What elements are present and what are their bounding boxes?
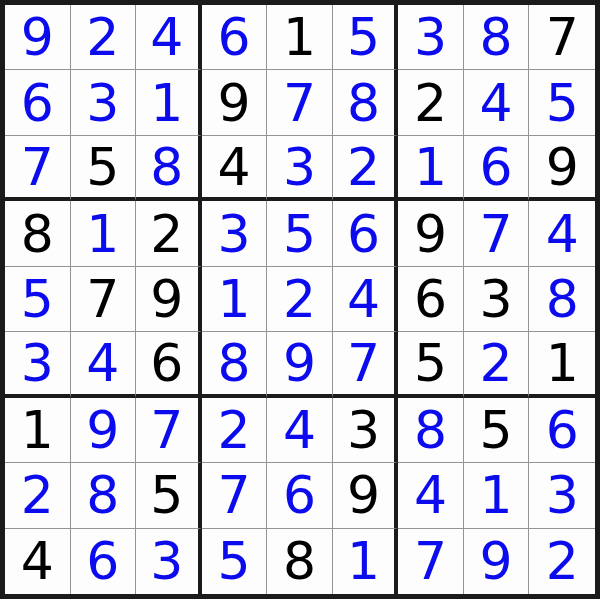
- cell-r8c2[interactable]: 8: [71, 463, 137, 528]
- cell-r9c1[interactable]: 4: [5, 529, 71, 594]
- cell-r8c9[interactable]: 3: [529, 463, 595, 528]
- cell-r6c1[interactable]: 3: [5, 332, 71, 397]
- cell-r3c9[interactable]: 9: [529, 136, 595, 201]
- cell-r9c3[interactable]: 3: [136, 529, 202, 594]
- cell-r4c7[interactable]: 9: [398, 201, 464, 266]
- cell-r2c1[interactable]: 6: [5, 70, 71, 135]
- cell-r1c6[interactable]: 5: [333, 5, 399, 70]
- cell-r9c8[interactable]: 9: [464, 529, 530, 594]
- cell-r3c7[interactable]: 1: [398, 136, 464, 201]
- cell-r7c5[interactable]: 4: [267, 398, 333, 463]
- cell-r5c3[interactable]: 9: [136, 267, 202, 332]
- cell-r1c7[interactable]: 3: [398, 5, 464, 70]
- cell-r1c1[interactable]: 9: [5, 5, 71, 70]
- cell-r7c9[interactable]: 6: [529, 398, 595, 463]
- cell-r3c2[interactable]: 5: [71, 136, 137, 201]
- cell-r4c1[interactable]: 8: [5, 201, 71, 266]
- cell-r4c4[interactable]: 3: [202, 201, 268, 266]
- cell-r2c5[interactable]: 7: [267, 70, 333, 135]
- cell-r2c2[interactable]: 3: [71, 70, 137, 135]
- cell-r2c8[interactable]: 4: [464, 70, 530, 135]
- cell-r8c6[interactable]: 9: [333, 463, 399, 528]
- cell-r4c9[interactable]: 4: [529, 201, 595, 266]
- cell-r1c3[interactable]: 4: [136, 5, 202, 70]
- cell-r1c9[interactable]: 7: [529, 5, 595, 70]
- cell-r5c6[interactable]: 4: [333, 267, 399, 332]
- cell-r7c8[interactable]: 5: [464, 398, 530, 463]
- cell-r6c5[interactable]: 9: [267, 332, 333, 397]
- cell-r9c4[interactable]: 5: [202, 529, 268, 594]
- cell-r3c5[interactable]: 3: [267, 136, 333, 201]
- cell-r5c5[interactable]: 2: [267, 267, 333, 332]
- cell-r4c3[interactable]: 2: [136, 201, 202, 266]
- cell-r3c1[interactable]: 7: [5, 136, 71, 201]
- cell-r6c4[interactable]: 8: [202, 332, 268, 397]
- cell-r1c4[interactable]: 6: [202, 5, 268, 70]
- cell-r1c5[interactable]: 1: [267, 5, 333, 70]
- cell-r3c6[interactable]: 2: [333, 136, 399, 201]
- sudoku-board: 9246153876319782457584321698123569745791…: [0, 0, 600, 599]
- cell-r8c4[interactable]: 7: [202, 463, 268, 528]
- cell-r6c8[interactable]: 2: [464, 332, 530, 397]
- cell-r6c3[interactable]: 6: [136, 332, 202, 397]
- cell-r6c2[interactable]: 4: [71, 332, 137, 397]
- cell-r1c2[interactable]: 2: [71, 5, 137, 70]
- cell-r9c9[interactable]: 2: [529, 529, 595, 594]
- cell-r8c5[interactable]: 6: [267, 463, 333, 528]
- cell-r5c9[interactable]: 8: [529, 267, 595, 332]
- cell-r7c3[interactable]: 7: [136, 398, 202, 463]
- cell-r9c2[interactable]: 6: [71, 529, 137, 594]
- cell-r2c9[interactable]: 5: [529, 70, 595, 135]
- cell-r2c3[interactable]: 1: [136, 70, 202, 135]
- cell-r7c7[interactable]: 8: [398, 398, 464, 463]
- cell-r8c8[interactable]: 1: [464, 463, 530, 528]
- cell-r4c2[interactable]: 1: [71, 201, 137, 266]
- cell-r2c6[interactable]: 8: [333, 70, 399, 135]
- cell-r5c8[interactable]: 3: [464, 267, 530, 332]
- cell-r7c1[interactable]: 1: [5, 398, 71, 463]
- cell-r5c4[interactable]: 1: [202, 267, 268, 332]
- cell-r8c1[interactable]: 2: [5, 463, 71, 528]
- cell-r9c5[interactable]: 8: [267, 529, 333, 594]
- cell-r6c9[interactable]: 1: [529, 332, 595, 397]
- cell-r4c8[interactable]: 7: [464, 201, 530, 266]
- cell-r7c6[interactable]: 3: [333, 398, 399, 463]
- cell-r8c3[interactable]: 5: [136, 463, 202, 528]
- cell-r4c6[interactable]: 6: [333, 201, 399, 266]
- cell-r3c3[interactable]: 8: [136, 136, 202, 201]
- cell-r8c7[interactable]: 4: [398, 463, 464, 528]
- cell-r2c4[interactable]: 9: [202, 70, 268, 135]
- cell-r7c4[interactable]: 2: [202, 398, 268, 463]
- cell-r9c7[interactable]: 7: [398, 529, 464, 594]
- cell-r6c7[interactable]: 5: [398, 332, 464, 397]
- cell-r2c7[interactable]: 2: [398, 70, 464, 135]
- cell-r3c8[interactable]: 6: [464, 136, 530, 201]
- cell-r9c6[interactable]: 1: [333, 529, 399, 594]
- cell-r1c8[interactable]: 8: [464, 5, 530, 70]
- cell-r5c2[interactable]: 7: [71, 267, 137, 332]
- cell-r5c1[interactable]: 5: [5, 267, 71, 332]
- cell-r5c7[interactable]: 6: [398, 267, 464, 332]
- cell-r3c4[interactable]: 4: [202, 136, 268, 201]
- cell-r4c5[interactable]: 5: [267, 201, 333, 266]
- cell-r7c2[interactable]: 9: [71, 398, 137, 463]
- cell-r6c6[interactable]: 7: [333, 332, 399, 397]
